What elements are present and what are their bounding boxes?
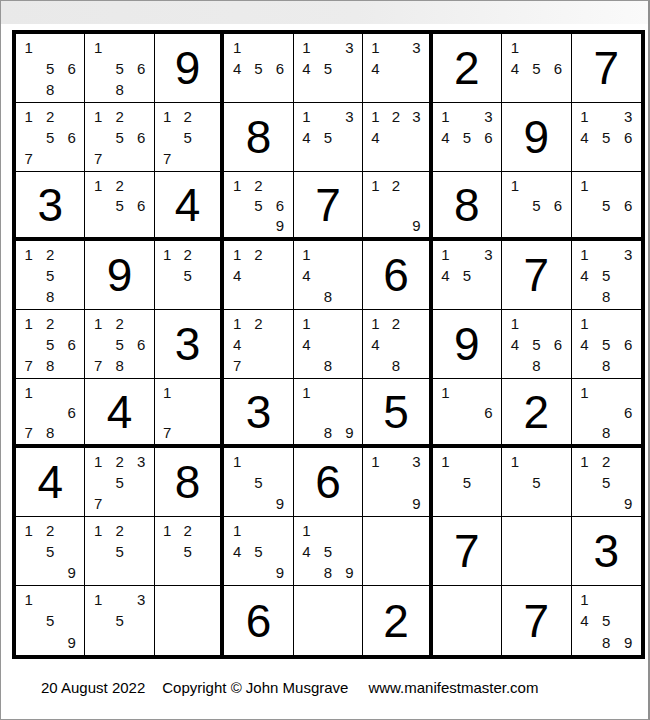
candidate-grid: 159 (224, 448, 292, 516)
candidate-digit-8 (248, 355, 269, 376)
candidate-digit-3 (547, 520, 568, 541)
candidate-digit-7 (504, 215, 525, 235)
cell-r3c9[interactable]: 156 (572, 172, 641, 241)
candidate-digit-4 (87, 610, 108, 631)
cell-r4c8[interactable]: 7 (502, 241, 571, 310)
candidate-digit-4 (157, 265, 177, 286)
candidate-digit-1: 1 (296, 520, 317, 541)
candidate-digit-4: 4 (365, 58, 385, 79)
candidate-digit-5: 5 (109, 127, 130, 148)
candidate-grid: 13456 (433, 103, 501, 171)
candidate-digit-4 (504, 195, 525, 215)
candidate-digit-7 (574, 215, 596, 235)
candidate-digit-2 (177, 589, 197, 610)
candidate-digit-7 (365, 148, 385, 169)
candidate-grid: 15 (433, 448, 501, 516)
cell-r1c5[interactable]: 1345 (294, 34, 363, 103)
cell-r2c7[interactable]: 13456 (433, 103, 502, 172)
candidate-digit-1: 1 (87, 313, 108, 334)
candidate-digit-2 (248, 520, 269, 541)
cell-r3c4[interactable]: 12569 (224, 172, 293, 241)
candidate-digit-9 (478, 422, 499, 442)
candidate-digit-1 (365, 520, 385, 541)
candidate-digit-2: 2 (39, 106, 60, 127)
candidate-digit-7 (296, 562, 317, 583)
candidate-digit-1: 1 (574, 382, 596, 402)
candidate-grid: 1459 (224, 517, 292, 585)
candidate-digit-2 (109, 589, 130, 610)
solved-digit: 9 (107, 252, 133, 298)
cell-r2c9[interactable]: 13456 (572, 103, 641, 172)
cell-r2c6[interactable]: 1234 (363, 103, 432, 172)
candidate-digit-1: 1 (435, 382, 456, 402)
candidate-digit-9 (478, 632, 499, 653)
candidate-grid: 1456 (224, 34, 292, 102)
candidate-digit-9 (406, 355, 426, 376)
cell-r1c3[interactable]: 9 (155, 34, 224, 103)
cell-r7c7[interactable]: 15 (433, 448, 502, 517)
candidate-digit-9: 9 (269, 493, 290, 514)
candidate-grid: 1568 (85, 34, 153, 102)
candidate-digit-7 (296, 422, 317, 442)
candidate-digit-2: 2 (386, 175, 406, 195)
cell-r5c4[interactable]: 1247 (224, 310, 293, 379)
cell-r9c6[interactable]: 2 (363, 586, 432, 655)
candidate-digit-1: 1 (18, 106, 39, 127)
candidate-grid: 1259 (572, 448, 641, 516)
candidate-digit-3 (269, 175, 290, 195)
candidate-digit-1: 1 (18, 382, 39, 402)
candidate-digit-6 (269, 541, 290, 562)
candidate-grid: 168 (572, 379, 641, 444)
candidate-digit-7 (365, 79, 385, 100)
cell-r4c6[interactable]: 6 (363, 241, 432, 310)
candidate-digit-9 (130, 355, 151, 376)
candidate-digit-3 (130, 37, 151, 58)
candidate-digit-5: 5 (317, 127, 338, 148)
candidate-digit-7 (574, 148, 596, 169)
candidate-digit-6 (406, 334, 426, 355)
candidate-digit-4: 4 (226, 541, 247, 562)
cell-r8c9[interactable]: 3 (572, 517, 641, 586)
cell-r5c8[interactable]: 14568 (502, 310, 571, 379)
candidate-digit-8 (109, 215, 130, 235)
cell-r7c9[interactable]: 1259 (572, 448, 641, 517)
cell-r9c5[interactable] (294, 586, 363, 655)
candidate-digit-7: 7 (157, 148, 177, 169)
candidate-digit-5: 5 (39, 127, 60, 148)
candidate-digit-9 (269, 79, 290, 100)
candidate-digit-3: 3 (130, 451, 151, 472)
candidate-digit-1: 1 (365, 313, 385, 334)
candidate-grid: 12357 (85, 448, 153, 516)
candidate-digit-6: 6 (547, 195, 568, 215)
candidate-digit-3 (61, 313, 82, 334)
cell-r3c6[interactable]: 129 (363, 172, 432, 241)
cell-r9c4[interactable]: 6 (224, 586, 293, 655)
cell-r4c5[interactable]: 148 (294, 241, 363, 310)
candidate-digit-1 (157, 589, 177, 610)
candidate-digit-9 (339, 355, 360, 376)
candidate-digit-8 (386, 215, 406, 235)
candidate-digit-9 (478, 493, 499, 514)
cell-r8c6[interactable] (363, 517, 432, 586)
candidate-digit-2 (456, 244, 477, 265)
candidate-digit-3 (198, 589, 218, 610)
cell-r5c9[interactable]: 14568 (572, 310, 641, 379)
candidate-digit-5 (386, 334, 406, 355)
candidate-digit-8 (386, 148, 406, 169)
cell-r8c2[interactable]: 125 (85, 517, 154, 586)
candidate-grid: 1258 (16, 241, 84, 309)
candidate-grid: 159 (16, 586, 84, 655)
cell-r1c8[interactable]: 1456 (502, 34, 571, 103)
candidate-digit-1: 1 (435, 451, 456, 472)
candidate-digit-8 (317, 79, 338, 100)
candidate-digit-6 (269, 334, 290, 355)
candidate-grid: 148 (294, 241, 362, 309)
cell-r6c3[interactable]: 17 (155, 379, 224, 448)
candidate-digit-9 (478, 148, 499, 169)
candidate-grid: 16 (433, 379, 501, 444)
candidate-digit-3 (339, 313, 360, 334)
cell-r7c3[interactable]: 8 (155, 448, 224, 517)
candidate-digit-9 (617, 148, 639, 169)
candidate-digit-9: 9 (617, 632, 639, 653)
cell-r2c4[interactable]: 8 (224, 103, 293, 172)
candidate-grid: 1234 (363, 103, 428, 171)
cell-r2c3[interactable]: 1257 (155, 103, 224, 172)
candidate-digit-6 (198, 610, 218, 631)
cell-r1c2[interactable]: 1568 (85, 34, 154, 103)
candidate-digit-4: 4 (226, 58, 247, 79)
cell-r1c7[interactable]: 2 (433, 34, 502, 103)
cell-r2c5[interactable]: 1345 (294, 103, 363, 172)
candidate-grid: 1345 (433, 241, 501, 309)
candidate-grid: 156 (572, 172, 641, 237)
candidate-digit-2 (595, 175, 617, 195)
candidate-digit-8: 8 (386, 355, 406, 376)
candidate-digit-2: 2 (109, 175, 130, 195)
candidate-digit-8 (526, 493, 547, 514)
candidate-grid: 12567 (85, 103, 153, 171)
candidate-digit-8 (39, 148, 60, 169)
candidate-digit-1: 1 (87, 106, 108, 127)
candidate-digit-3 (339, 589, 360, 610)
candidate-digit-5: 5 (456, 265, 477, 286)
cell-r3c3[interactable]: 4 (155, 172, 224, 241)
candidate-digit-2: 2 (109, 313, 130, 334)
cell-r1c1[interactable]: 1568 (16, 34, 85, 103)
cell-r9c8[interactable]: 7 (502, 586, 571, 655)
cell-r4c1[interactable]: 1258 (16, 241, 85, 310)
cell-r8c1[interactable]: 1259 (16, 517, 85, 586)
candidate-digit-1: 1 (226, 37, 247, 58)
candidate-digit-6 (61, 610, 82, 631)
candidate-grid: 14568 (572, 310, 641, 378)
cell-r6c9[interactable]: 168 (572, 379, 641, 448)
cell-r7c6[interactable]: 139 (363, 448, 432, 517)
candidate-digit-5: 5 (109, 334, 130, 355)
cell-r4c7[interactable]: 1345 (433, 241, 502, 310)
cell-r6c1[interactable]: 1678 (16, 379, 85, 448)
candidate-digit-4 (365, 541, 385, 562)
candidate-digit-3 (61, 244, 82, 265)
candidate-digit-9 (547, 79, 568, 100)
candidate-digit-1: 1 (296, 106, 317, 127)
candidate-digit-7 (226, 562, 247, 583)
cell-r9c1[interactable]: 159 (16, 586, 85, 655)
candidate-digit-8 (177, 286, 197, 307)
candidate-digit-3 (198, 244, 218, 265)
cell-r6c6[interactable]: 5 (363, 379, 432, 448)
candidate-digit-5: 5 (109, 472, 130, 493)
solved-digit: 7 (593, 45, 619, 91)
candidate-digit-1: 1 (87, 175, 108, 195)
candidate-digit-2 (595, 382, 617, 402)
cell-r4c2[interactable]: 9 (85, 241, 154, 310)
candidate-digit-9 (61, 422, 82, 442)
candidate-digit-9 (198, 632, 218, 653)
candidate-digit-4 (504, 472, 525, 493)
candidate-digit-6 (617, 265, 639, 286)
cell-r3c5[interactable]: 7 (294, 172, 363, 241)
cell-r2c1[interactable]: 12567 (16, 103, 85, 172)
candidate-digit-5: 5 (595, 334, 617, 355)
candidate-digit-6: 6 (130, 127, 151, 148)
candidate-grid: 156 (502, 172, 570, 237)
candidate-digit-6 (406, 58, 426, 79)
candidate-digit-8: 8 (39, 79, 60, 100)
candidate-digit-8 (386, 562, 406, 583)
candidate-digit-6: 6 (617, 195, 639, 215)
candidate-digit-6 (339, 541, 360, 562)
solved-digit: 3 (175, 321, 201, 367)
candidate-digit-9 (478, 286, 499, 307)
cell-r5c5[interactable]: 148 (294, 310, 363, 379)
candidate-grid: 1568 (16, 34, 84, 102)
candidate-digit-6: 6 (61, 127, 82, 148)
candidate-digit-6: 6 (547, 334, 568, 355)
cell-r3c1[interactable]: 3 (16, 172, 85, 241)
candidate-digit-3 (478, 451, 499, 472)
cell-r9c9[interactable]: 14589 (572, 586, 641, 655)
candidate-digit-8 (177, 632, 197, 653)
cell-r8c7[interactable]: 7 (433, 517, 502, 586)
candidate-digit-2 (39, 37, 60, 58)
candidate-digit-5: 5 (317, 58, 338, 79)
candidate-digit-4 (18, 334, 39, 355)
candidate-digit-2 (39, 382, 60, 402)
candidate-digit-8: 8 (39, 422, 60, 442)
candidate-digit-3 (617, 589, 639, 610)
candidate-grid (433, 586, 501, 655)
candidate-digit-4 (435, 402, 456, 422)
candidate-digit-4 (87, 127, 108, 148)
cell-r7c1[interactable]: 4 (16, 448, 85, 517)
candidate-digit-6 (61, 265, 82, 286)
candidate-digit-9 (198, 422, 218, 442)
candidate-grid: 12569 (224, 172, 292, 237)
candidate-digit-3 (130, 106, 151, 127)
cell-r1c6[interactable]: 134 (363, 34, 432, 103)
solved-digit: 8 (246, 114, 272, 160)
candidate-digit-8 (39, 632, 60, 653)
candidate-digit-4 (18, 58, 39, 79)
cell-r6c7[interactable]: 16 (433, 379, 502, 448)
cell-r1c9[interactable]: 7 (572, 34, 641, 103)
candidate-digit-1: 1 (504, 313, 525, 334)
candidate-digit-9 (61, 79, 82, 100)
cell-r7c2[interactable]: 12357 (85, 448, 154, 517)
candidate-digit-6: 6 (61, 334, 82, 355)
candidate-digit-9 (130, 79, 151, 100)
candidate-digit-4 (435, 610, 456, 631)
candidate-digit-4: 4 (504, 334, 525, 355)
candidate-grid: 1345 (294, 103, 362, 171)
candidate-grid: 14589 (572, 586, 641, 655)
candidate-digit-8 (109, 148, 130, 169)
candidate-digit-8: 8 (595, 422, 617, 442)
candidate-digit-3 (547, 313, 568, 334)
candidate-digit-1 (296, 589, 317, 610)
cell-r6c8[interactable]: 2 (502, 379, 571, 448)
candidate-digit-7 (435, 493, 456, 514)
candidate-digit-7: 7 (18, 355, 39, 376)
cell-r3c7[interactable]: 8 (433, 172, 502, 241)
candidate-digit-3 (478, 589, 499, 610)
candidate-digit-7 (157, 632, 177, 653)
cell-r8c4[interactable]: 1459 (224, 517, 293, 586)
cell-r8c5[interactable]: 14589 (294, 517, 363, 586)
candidate-digit-5: 5 (595, 472, 617, 493)
candidate-digit-2 (317, 589, 338, 610)
candidate-digit-9 (547, 493, 568, 514)
candidate-digit-7 (574, 493, 596, 514)
cell-r6c4[interactable]: 3 (224, 379, 293, 448)
candidate-grid: 189 (294, 379, 362, 444)
candidate-digit-6: 6 (478, 402, 499, 422)
candidate-digit-2: 2 (109, 451, 130, 472)
cell-r2c2[interactable]: 12567 (85, 103, 154, 172)
solved-digit: 9 (454, 321, 480, 367)
cell-r8c3[interactable]: 125 (155, 517, 224, 586)
candidate-digit-1: 1 (574, 244, 596, 265)
candidate-digit-2 (456, 451, 477, 472)
candidate-digit-9 (406, 148, 426, 169)
cell-r6c2[interactable]: 4 (85, 379, 154, 448)
candidate-digit-1: 1 (18, 313, 39, 334)
cell-r9c7[interactable] (433, 586, 502, 655)
candidate-digit-8 (456, 632, 477, 653)
candidate-digit-8: 8 (595, 286, 617, 307)
solved-digit: 4 (175, 182, 201, 228)
cell-r7c8[interactable]: 15 (502, 448, 571, 517)
candidate-digit-9: 9 (617, 493, 639, 514)
solved-digit: 9 (524, 114, 550, 160)
cell-r4c9[interactable]: 13458 (572, 241, 641, 310)
candidate-digit-8 (248, 493, 269, 514)
solved-digit: 3 (593, 528, 619, 574)
cell-r1c4[interactable]: 1456 (224, 34, 293, 103)
cell-r7c4[interactable]: 159 (224, 448, 293, 517)
candidate-digit-5 (317, 265, 338, 286)
candidate-digit-3 (406, 520, 426, 541)
cell-r5c7[interactable]: 9 (433, 310, 502, 379)
candidate-digit-5: 5 (248, 472, 269, 493)
candidate-grid: 15 (502, 448, 570, 516)
cell-r2c8[interactable]: 9 (502, 103, 571, 172)
candidate-digit-5 (317, 402, 338, 422)
candidate-digit-2 (386, 520, 406, 541)
cell-r9c2[interactable]: 135 (85, 586, 154, 655)
candidate-digit-8 (317, 632, 338, 653)
cell-r6c5[interactable]: 189 (294, 379, 363, 448)
candidate-digit-4 (504, 541, 525, 562)
candidate-digit-9 (547, 355, 568, 376)
candidate-digit-8 (39, 562, 60, 583)
candidate-digit-7 (365, 355, 385, 376)
candidate-digit-6 (547, 541, 568, 562)
solved-digit: 4 (37, 459, 63, 505)
candidate-digit-2: 2 (248, 175, 269, 195)
candidate-digit-6 (339, 127, 360, 148)
candidate-digit-3 (617, 451, 639, 472)
cell-r5c1[interactable]: 125678 (16, 310, 85, 379)
cell-r8c8[interactable] (502, 517, 571, 586)
candidate-digit-1 (435, 589, 456, 610)
cell-r4c4[interactable]: 124 (224, 241, 293, 310)
candidate-digit-7 (226, 215, 247, 235)
candidate-digit-7 (504, 493, 525, 514)
candidate-digit-4 (435, 472, 456, 493)
candidate-digit-7: 7 (18, 148, 39, 169)
cell-r5c2[interactable]: 125678 (85, 310, 154, 379)
cell-r9c3[interactable] (155, 586, 224, 655)
candidate-digit-6: 6 (269, 195, 290, 215)
candidate-grid: 1247 (224, 310, 292, 378)
candidate-digit-7 (226, 493, 247, 514)
cell-r5c6[interactable]: 1248 (363, 310, 432, 379)
candidate-digit-7 (87, 562, 108, 583)
cell-r4c3[interactable]: 125 (155, 241, 224, 310)
candidate-digit-5: 5 (39, 610, 60, 631)
cell-r3c2[interactable]: 1256 (85, 172, 154, 241)
footer-date: 20 August 2022 (41, 679, 145, 696)
candidate-digit-7 (226, 286, 247, 307)
cell-r5c3[interactable]: 3 (155, 310, 224, 379)
candidate-digit-4: 4 (574, 265, 596, 286)
candidate-digit-3 (617, 313, 639, 334)
solved-digit: 5 (383, 389, 409, 435)
candidate-digit-3 (198, 382, 218, 402)
candidate-digit-9 (198, 286, 218, 307)
candidate-digit-7 (226, 79, 247, 100)
candidate-digit-5 (317, 334, 338, 355)
candidate-grid: 129 (363, 172, 428, 237)
candidate-digit-5: 5 (456, 127, 477, 148)
candidate-digit-4 (296, 610, 317, 631)
candidate-digit-4 (157, 127, 177, 148)
candidate-digit-2 (317, 106, 338, 127)
candidate-digit-6 (547, 472, 568, 493)
candidate-digit-3 (269, 313, 290, 334)
candidate-digit-2: 2 (177, 244, 197, 265)
candidate-digit-7 (435, 422, 456, 442)
cell-r7c5[interactable]: 6 (294, 448, 363, 517)
cell-r3c8[interactable]: 156 (502, 172, 571, 241)
candidate-digit-7 (574, 355, 596, 376)
